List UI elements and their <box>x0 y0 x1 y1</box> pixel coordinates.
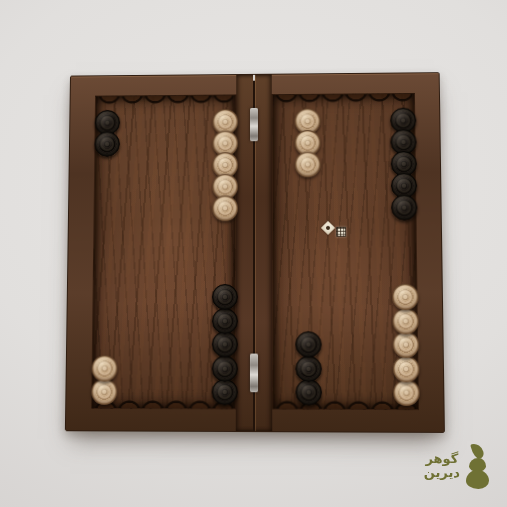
checker-light[interactable] <box>392 308 419 334</box>
brand-text-line1: گوهر <box>424 452 460 466</box>
checker-dark[interactable] <box>212 308 238 334</box>
checker-dark[interactable] <box>295 379 321 406</box>
checker-light[interactable] <box>393 355 420 382</box>
brand-text-line2: دیرین <box>424 466 460 480</box>
photo-background: گوهر دیرین <box>0 0 507 507</box>
checker-dark[interactable] <box>212 284 238 310</box>
pieces-layer <box>66 73 444 432</box>
backgammon-board <box>65 72 445 433</box>
checker-dark[interactable] <box>94 131 120 157</box>
brand-watermark: گوهر دیرین <box>424 443 490 489</box>
brand-text: گوهر دیرین <box>424 452 460 480</box>
checker-dark[interactable] <box>295 355 321 382</box>
checker-light[interactable] <box>393 379 420 406</box>
checker-light[interactable] <box>212 195 238 221</box>
checker-light[interactable] <box>91 355 117 381</box>
checker-light[interactable] <box>392 284 419 310</box>
checker-dark[interactable] <box>212 355 238 381</box>
gourd-logo-icon <box>465 443 490 489</box>
checker-dark[interactable] <box>295 331 321 357</box>
checker-dark[interactable] <box>212 379 238 406</box>
gourd-bottom <box>466 470 489 489</box>
checker-dark[interactable] <box>391 195 418 221</box>
checker-dark[interactable] <box>212 331 238 357</box>
checker-light[interactable] <box>393 331 420 358</box>
checker-light[interactable] <box>91 379 117 405</box>
checker-light[interactable] <box>295 152 321 178</box>
